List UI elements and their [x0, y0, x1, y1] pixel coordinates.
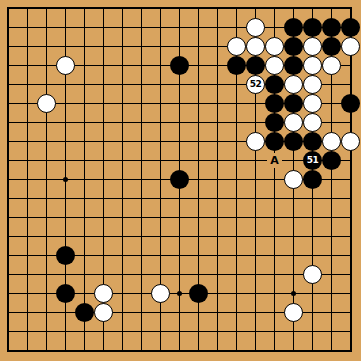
- black-stone-51: 51: [303, 151, 322, 170]
- black-stone: [284, 94, 303, 113]
- black-stone: [322, 37, 341, 56]
- white-stone: [341, 132, 360, 151]
- point-label-A: A: [267, 153, 282, 168]
- white-stone: [341, 37, 360, 56]
- white-stone: [303, 56, 322, 75]
- black-stone: [322, 18, 341, 37]
- white-stone: [94, 303, 113, 322]
- black-stone: [265, 113, 284, 132]
- black-stone: [284, 56, 303, 75]
- black-stone: [303, 132, 322, 151]
- white-stone: [303, 75, 322, 94]
- black-stone: [227, 56, 246, 75]
- white-stone: [303, 265, 322, 284]
- go-board[interactable]: 5251A: [0, 0, 361, 361]
- white-stone: [265, 56, 284, 75]
- white-stone: [246, 132, 265, 151]
- white-stone: [284, 170, 303, 189]
- black-stone: [246, 56, 265, 75]
- black-stone: [170, 170, 189, 189]
- white-stone: [284, 75, 303, 94]
- black-stone: [341, 94, 360, 113]
- white-stone: [246, 37, 265, 56]
- black-stone: [189, 284, 208, 303]
- black-stone: [303, 18, 322, 37]
- star-point: [177, 291, 182, 296]
- black-stone: [170, 56, 189, 75]
- black-stone: [341, 18, 360, 37]
- white-stone: [284, 113, 303, 132]
- black-stone: [265, 75, 284, 94]
- white-stone: [56, 56, 75, 75]
- white-stone: [322, 56, 341, 75]
- white-stone: [303, 94, 322, 113]
- black-stone: [322, 151, 341, 170]
- star-point: [291, 291, 296, 296]
- white-stone-52: 52: [246, 75, 265, 94]
- black-stone: [265, 132, 284, 151]
- white-stone: [94, 284, 113, 303]
- white-stone: [246, 18, 265, 37]
- white-stone: [303, 37, 322, 56]
- black-stone: [265, 94, 284, 113]
- black-stone: [284, 37, 303, 56]
- black-stone: [284, 132, 303, 151]
- white-stone: [322, 132, 341, 151]
- black-stone: [56, 246, 75, 265]
- white-stone: [265, 37, 284, 56]
- white-stone: [37, 94, 56, 113]
- black-stone: [75, 303, 94, 322]
- black-stone: [303, 170, 322, 189]
- star-point: [63, 177, 68, 182]
- black-stone: [56, 284, 75, 303]
- white-stone: [303, 113, 322, 132]
- white-stone: [284, 303, 303, 322]
- white-stone: [151, 284, 170, 303]
- white-stone: [227, 37, 246, 56]
- black-stone: [284, 18, 303, 37]
